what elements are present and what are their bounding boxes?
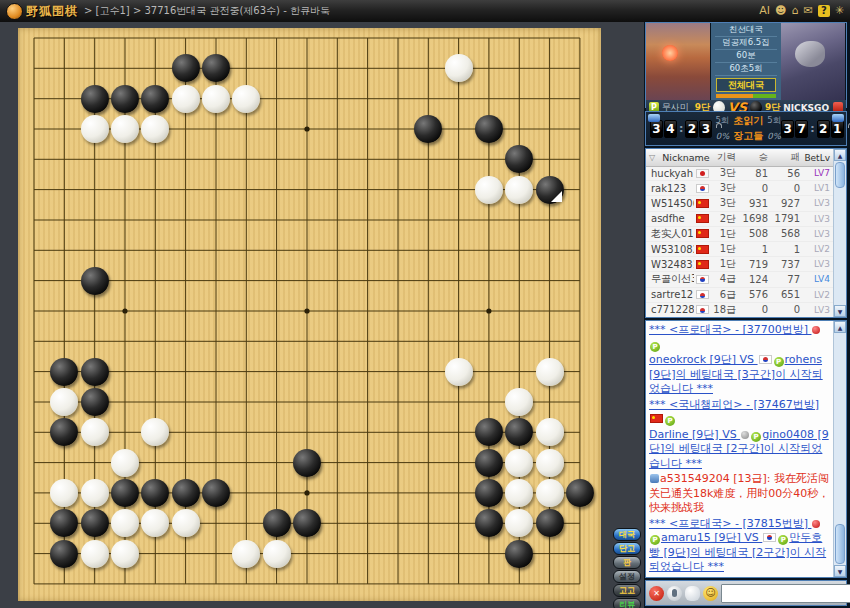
board-side-buttons: 대국단고판설정고고리뷰 — [613, 528, 641, 608]
black-stone: ● — [263, 509, 291, 537]
right-panel: 친선대국덤공제6.5집60분60초5회전체대국 P 무사미 9단 VS 9단 N… — [644, 22, 850, 608]
chat-message[interactable]: oneokrock [9단] VS Prohens [9단]의 베팅대국 [3구… — [649, 353, 833, 397]
user-losses: 1 — [768, 244, 800, 255]
user-nickname: huckyah — [646, 168, 694, 179]
black-player-avatar — [781, 23, 846, 100]
match-info-row: 60분 — [715, 50, 777, 63]
help-icon[interactable]: ? — [818, 5, 830, 17]
chat-text: *** <국내챔피언> - [37467번방] — [649, 398, 819, 411]
match-info-card: 친선대국덤공제6.5집60분60초5회전체대국 P 무사미 9단 VS 9단 N… — [645, 22, 847, 108]
white-stone: ● — [172, 509, 200, 537]
white-stone: ● — [81, 115, 109, 143]
shop-icon[interactable]: ✉ — [804, 5, 813, 17]
p-badge-icon: P — [650, 535, 660, 545]
white-stone: ● — [111, 540, 139, 568]
clock-digit: 3 — [650, 120, 663, 138]
side-button-설정[interactable]: 설정 — [613, 570, 641, 583]
country-flag-kr — [694, 290, 710, 299]
user-nickname: c771228 — [646, 304, 694, 315]
horse-photo — [795, 41, 825, 67]
match-info-row: 덤공제6.5집 — [715, 37, 777, 50]
chat-messages: *** <프로대국> - [37700번방] Poneokrock [9단] V… — [649, 323, 833, 577]
user-list-scrollbar[interactable]: ▲ ▼ — [833, 149, 846, 317]
user-row[interactable]: 무골이선34급12477LV4 — [646, 272, 834, 287]
chat-text: *** <프로대국> - [37815번방] — [649, 517, 811, 530]
fox-logo-icon — [6, 3, 23, 20]
progress-right — [753, 94, 776, 98]
app-logo: 野狐围棋 — [26, 3, 78, 20]
kr-icon — [763, 533, 776, 542]
gray-icon — [741, 431, 749, 439]
scroll-down-icon[interactable]: ▼ — [834, 565, 846, 577]
chat-message[interactable]: *** <프로대국> - [37700번방] P — [649, 323, 833, 352]
chat-text: amaru15 [9단] VS — [661, 531, 762, 544]
chat-message[interactable]: a531549204 [13급]: 我在死活闯关已通关18k难度，用时00分40… — [649, 472, 833, 516]
user-row[interactable]: W5310828541단11LV2 — [646, 242, 834, 257]
white-stone: ● — [536, 358, 564, 386]
user-rank: 3단 — [710, 196, 736, 210]
scroll-up-icon[interactable]: ▲ — [834, 321, 846, 333]
white-stone: ● — [505, 176, 533, 204]
white-stone: ● — [505, 479, 533, 507]
country-flag-cn — [694, 245, 710, 254]
chat-input[interactable] — [721, 584, 850, 603]
black-stone: ● — [536, 176, 564, 204]
white-stone: ● — [81, 540, 109, 568]
flag-icon — [696, 199, 709, 208]
white-stone: ● — [505, 449, 533, 477]
user-rank: 6급 — [710, 288, 736, 302]
black-clock: 37:21 — [781, 120, 843, 138]
user-wins: 931 — [736, 198, 768, 209]
p-badge-icon: P — [774, 357, 784, 367]
black-stone: ● — [81, 388, 109, 416]
user-losses: 0 — [768, 183, 800, 194]
user-nickname: 老实人0102 — [646, 227, 694, 241]
user-nickname: W531082854 — [646, 244, 694, 255]
side-button-단고[interactable]: 단고 — [613, 542, 641, 555]
user-row[interactable]: huckyah3단8156LV7 — [646, 166, 834, 181]
country-flag-kr — [694, 305, 710, 314]
match-info-rows: 친선대국덤공제6.5집60분60초5회전체대국 — [711, 23, 781, 100]
user-icon[interactable]: ☻ — [775, 5, 786, 17]
chat-text: *** <프로대국> - [37700번방] — [649, 323, 811, 336]
black-stone: ● — [50, 540, 78, 568]
mute-icon[interactable]: ✕ — [649, 586, 664, 601]
flag-icon — [696, 184, 709, 193]
user-row[interactable]: 老实人01021단508568LV3 — [646, 227, 834, 242]
clock-digit: 3 — [781, 120, 794, 138]
side-button-대국[interactable]: 대국 — [613, 528, 641, 541]
black-stone: ● — [475, 449, 503, 477]
scroll-thumb[interactable] — [835, 524, 845, 564]
black-stone: ● — [81, 358, 109, 386]
white-stone: ● — [232, 85, 260, 113]
chat-text: oneokrock [9단] VS — [649, 353, 758, 366]
chat-scrollbar[interactable]: ▲ ▼ — [833, 321, 846, 577]
white-stone: ● — [232, 540, 260, 568]
user-rank: 1단 — [710, 227, 736, 241]
match-info-row: 친선대국 — [715, 24, 777, 37]
chat-message[interactable]: *** <프로대국> - [37815번방] Pamaru15 [9단] VS … — [649, 517, 833, 575]
user-betlv: LV7 — [800, 168, 834, 178]
col-losses[interactable]: 패 — [768, 151, 800, 164]
byoyomi-periods-right: 5회 — [767, 115, 781, 127]
cn-icon — [650, 414, 663, 423]
side-button-판[interactable]: 판 — [613, 556, 641, 569]
white-stone: ● — [81, 418, 109, 446]
user-betlv: LV2 — [800, 290, 834, 300]
settings-icon[interactable]: ✳ — [835, 5, 844, 17]
clock-digit: 2 — [685, 120, 698, 138]
user-list-rows: huckyah3단8156LV7rak1233단00LV1W5145063893… — [646, 166, 834, 317]
emoticon-icon[interactable]: ☺ — [703, 586, 718, 601]
white-stone: ● — [202, 85, 230, 113]
clock-colon: : — [679, 122, 683, 135]
black-stone: ● — [141, 85, 169, 113]
white-stone: ● — [445, 358, 473, 386]
p-badge-icon: P — [778, 535, 788, 545]
user-wins: 1 — [736, 244, 768, 255]
user-betlv: LV4 — [800, 274, 834, 284]
microphone-icon[interactable] — [667, 586, 682, 601]
user-row[interactable]: W3248319331단719737LV3 — [646, 257, 834, 272]
p-badge-icon: P — [751, 432, 761, 442]
clock-digit: 3 — [699, 120, 712, 138]
byoyomi-label: 초읽기 — [733, 114, 763, 128]
flag-icon — [696, 169, 709, 178]
white-clock: 34:23 — [650, 120, 712, 138]
titlebar-icons: AI☻⌂✉?✳ — [759, 5, 844, 17]
breadcrumb: > [고수1] > 37716번대국 관전중(제63수) - 한큐바둑 — [84, 4, 759, 18]
white-stone: ● — [172, 85, 200, 113]
ai-icon[interactable]: AI — [759, 5, 770, 17]
white-stone: ● — [475, 176, 503, 204]
filter-icon[interactable]: ▽ — [649, 153, 655, 162]
clock-digit: 7 — [795, 120, 808, 138]
user-losses: 77 — [768, 274, 800, 285]
camera-icon-right[interactable] — [832, 114, 844, 122]
flag-icon — [696, 305, 709, 314]
user-nickname: sartre12 — [646, 289, 694, 300]
last-move-marker — [551, 191, 562, 202]
scroll-down-icon[interactable]: ▼ — [834, 305, 846, 317]
user-losses: 56 — [768, 168, 800, 179]
user-rank: 18급 — [710, 303, 736, 317]
speech-bubble-icon[interactable] — [685, 586, 700, 601]
user-betlv: LV3 — [800, 214, 834, 224]
user-wins: 508 — [736, 228, 768, 239]
country-flag-kr — [694, 184, 710, 193]
bubble-icon — [650, 474, 659, 483]
scroll-thumb[interactable] — [835, 162, 845, 188]
country-flag-cn — [694, 260, 710, 269]
chat-input-bar: ✕ ☺ 보내기 ▸ — [645, 580, 847, 606]
chat-message[interactable]: *** <국내챔피언> - [37467번방] P — [649, 398, 833, 427]
user-wins: 576 — [736, 289, 768, 300]
user-list-header[interactable]: ▽ Nickname(24) 기력 승 패 BetLv — [646, 149, 846, 167]
user-betlv: LV3 — [800, 259, 834, 269]
white-player-avatar — [646, 23, 711, 100]
black-stone: ● — [81, 85, 109, 113]
col-nickname[interactable]: Nickname(24) — [657, 152, 710, 163]
user-nickname: asdfhe — [646, 213, 694, 224]
clock-colon: : — [810, 122, 814, 135]
clock-digit: 2 — [817, 120, 830, 138]
black-stone: ● — [202, 479, 230, 507]
dot-icon — [812, 326, 820, 334]
kr-icon — [759, 355, 772, 364]
flag-icon — [696, 290, 709, 299]
col-wins[interactable]: 승 — [736, 151, 768, 164]
black-stone: ● — [111, 479, 139, 507]
chat-area: *** <프로대국> - [37700번방] Poneokrock [9단] V… — [645, 320, 847, 578]
goban[interactable]: ●●●●●●●●●●●●●●●●●●●●●●●●●●●●●●●●●●●●●●●●… — [18, 28, 601, 601]
p-badge-icon: P — [665, 416, 675, 426]
chat-text: Darline [9단] VS — [649, 428, 740, 441]
white-stone: ● — [111, 449, 139, 477]
flag-icon — [696, 214, 709, 223]
timer-panel: 34:23 5회 초읽기 5회 0% 장고들 0% 37:21 — [645, 111, 847, 146]
user-losses: 1791 — [768, 213, 800, 224]
black-stone: ● — [536, 509, 564, 537]
chat-text: *** <프로대국> - [37799번방] — [649, 576, 811, 578]
user-rank: 1단 — [710, 242, 736, 256]
white-stone: ● — [536, 449, 564, 477]
user-row[interactable]: W5145063893단931927LV3 — [646, 196, 834, 211]
white-stone: ● — [445, 54, 473, 82]
user-losses: 927 — [768, 198, 800, 209]
progress-left — [716, 94, 753, 98]
user-betlv: LV1 — [800, 183, 834, 193]
dot-icon — [812, 520, 820, 528]
user-wins: 81 — [736, 168, 768, 179]
user-wins: 0 — [736, 304, 768, 315]
black-stone: ● — [293, 449, 321, 477]
user-betlv: LV3 — [800, 305, 834, 315]
clock-digit: 1 — [831, 120, 844, 138]
country-flag-cn — [694, 199, 710, 208]
chat-message[interactable]: *** <프로대국> - [37799번방] Pwhgnwld [9단] VS … — [649, 576, 833, 578]
pct-right: 0% — [767, 131, 781, 141]
user-rank: 2단 — [710, 212, 736, 226]
white-stone: ● — [536, 479, 564, 507]
user-betlv: LV3 — [800, 198, 834, 208]
user-rank: 1단 — [710, 257, 736, 271]
game-mode-box[interactable]: 전체대국 — [716, 78, 776, 92]
white-stone: ● — [111, 115, 139, 143]
black-stone: ● — [475, 418, 503, 446]
side-button-고고[interactable]: 고고 — [613, 584, 641, 597]
match-info-row: 60초5회 — [715, 63, 777, 76]
col-rank[interactable]: 기력 — [710, 151, 736, 164]
user-rank: 3단 — [710, 166, 736, 180]
user-nickname: 무골이선3 — [646, 272, 694, 286]
chat-text: a531549204 [13급]: 我在死活闯关已通关18k难度，用时00分40… — [649, 472, 829, 514]
user-losses: 651 — [768, 289, 800, 300]
black-stone: ● — [111, 85, 139, 113]
user-betlv: LV3 — [800, 229, 834, 239]
user-wins: 1698 — [736, 213, 768, 224]
user-row[interactable]: rak1233단00LV1 — [646, 181, 834, 196]
pct-left: 0% — [716, 131, 730, 141]
user-losses: 0 — [768, 304, 800, 315]
flag-icon — [696, 260, 709, 269]
black-stone: ● — [50, 358, 78, 386]
white-stone: ● — [536, 418, 564, 446]
flag-icon — [696, 245, 709, 254]
user-row[interactable]: sartre126급576651LV2 — [646, 288, 834, 303]
chat-message[interactable]: Darline [9단] VS Pgino0408 [9단]의 베팅대국 [2구… — [649, 428, 833, 472]
home-icon[interactable]: ⌂ — [792, 5, 799, 17]
user-nickname: rak123 — [646, 183, 694, 194]
black-stone: ● — [81, 267, 109, 295]
app-window: 野狐围棋 > [고수1] > 37716번대국 관전중(제63수) - 한큐바둑… — [0, 0, 850, 608]
p-badge-icon: P — [650, 342, 660, 352]
user-wins: 0 — [736, 183, 768, 194]
camera-icon-left[interactable] — [648, 114, 660, 122]
clock-digit: 4 — [664, 120, 677, 138]
white-stone: ● — [81, 479, 109, 507]
sunset-photo — [662, 45, 678, 61]
country-flag-kr — [694, 275, 710, 284]
black-stone: ● — [566, 479, 594, 507]
black-stone: ● — [475, 115, 503, 143]
black-stone: ● — [172, 479, 200, 507]
country-flag-jp — [694, 169, 710, 178]
user-betlv: LV2 — [800, 244, 834, 254]
black-stone: ● — [81, 509, 109, 537]
black-stone: ● — [172, 54, 200, 82]
black-stone: ● — [505, 540, 533, 568]
user-losses: 737 — [768, 259, 800, 270]
white-stone: ● — [263, 540, 291, 568]
user-list: ▽ Nickname(24) 기력 승 패 BetLv huckyah3단815… — [645, 148, 847, 318]
flag-icon — [696, 229, 709, 238]
user-losses: 568 — [768, 228, 800, 239]
user-row[interactable]: asdfhe2단16981791LV3 — [646, 212, 834, 227]
flag-icon — [696, 275, 709, 284]
col-betlv[interactable]: BetLv — [800, 153, 834, 163]
user-nickname: W324831933 — [646, 259, 694, 270]
country-flag-cn — [694, 229, 710, 238]
black-stone: ● — [475, 479, 503, 507]
user-nickname: W514506389 — [646, 198, 694, 209]
country-flag-cn — [694, 214, 710, 223]
white-stone: ● — [50, 479, 78, 507]
scroll-up-icon[interactable]: ▲ — [834, 149, 846, 161]
side-button-리뷰[interactable]: 리뷰 — [613, 598, 641, 608]
center-label[interactable]: 장고들 — [733, 129, 763, 143]
black-stone: ● — [475, 509, 503, 537]
progress-bar — [716, 94, 776, 98]
user-row[interactable]: c77122818급00LV3 — [646, 303, 834, 317]
title-bar: 野狐围棋 > [고수1] > 37716번대국 관전중(제63수) - 한큐바둑… — [0, 0, 850, 22]
user-rank: 3단 — [710, 181, 736, 195]
user-wins: 124 — [736, 274, 768, 285]
user-wins: 719 — [736, 259, 768, 270]
user-rank: 4급 — [710, 272, 736, 286]
black-stone: ● — [141, 479, 169, 507]
